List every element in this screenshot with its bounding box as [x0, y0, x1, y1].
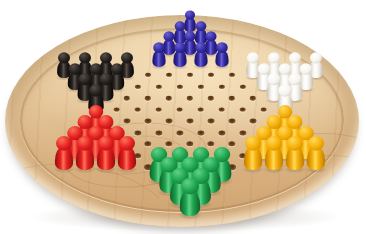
peg-head	[58, 52, 70, 63]
hole[interactable]	[239, 107, 246, 112]
peg-head	[181, 178, 199, 195]
hole[interactable]	[155, 107, 162, 112]
peg-head	[121, 52, 133, 63]
peg-red[interactable]	[55, 136, 73, 170]
hole[interactable]	[197, 107, 204, 112]
hole[interactable]	[176, 107, 183, 112]
hole[interactable]	[166, 119, 173, 124]
hole[interactable]	[187, 96, 193, 101]
peg-head	[56, 136, 72, 151]
peg-head	[184, 31, 195, 41]
hole[interactable]	[208, 119, 215, 124]
peg-head	[310, 52, 322, 63]
hole[interactable]	[145, 119, 152, 124]
hole[interactable]	[134, 107, 141, 112]
hole[interactable]	[113, 107, 120, 112]
hole[interactable]	[229, 96, 235, 101]
peg-head	[308, 136, 324, 151]
peg-head	[278, 84, 291, 96]
peg-head	[185, 10, 195, 19]
peg-head	[100, 52, 112, 63]
peg-head	[245, 136, 261, 151]
peg-blue[interactable]	[152, 42, 165, 67]
hole[interactable]	[187, 119, 194, 124]
peg-head	[119, 136, 135, 151]
peg-yellow[interactable]	[307, 136, 325, 170]
hole[interactable]	[145, 96, 151, 101]
peg-head	[98, 136, 114, 151]
peg-yellow[interactable]	[286, 136, 304, 170]
peg-head	[77, 136, 93, 151]
hole[interactable]	[208, 96, 214, 101]
peg-head	[216, 42, 228, 53]
peg-head	[163, 31, 174, 41]
chinese-checkers-photo	[0, 0, 366, 234]
peg-head	[174, 21, 185, 31]
peg-yellow[interactable]	[265, 136, 283, 170]
hole[interactable]	[229, 119, 236, 124]
peg-blue[interactable]	[194, 42, 207, 67]
hole[interactable]	[124, 119, 131, 124]
hole[interactable]	[250, 96, 256, 101]
peg-red[interactable]	[76, 136, 94, 170]
peg-head	[247, 52, 259, 63]
peg-head	[289, 52, 301, 63]
peg-blue[interactable]	[215, 42, 228, 67]
peg-head	[174, 42, 186, 53]
peg-head	[195, 21, 206, 31]
peg-head	[266, 136, 282, 151]
hole[interactable]	[260, 107, 267, 112]
peg-head	[268, 52, 280, 63]
peg-red[interactable]	[118, 136, 136, 170]
hole[interactable]	[166, 96, 172, 101]
hole[interactable]	[218, 107, 225, 112]
hole[interactable]	[124, 96, 130, 101]
peg-head	[205, 31, 216, 41]
hole[interactable]	[250, 119, 257, 124]
peg-yellow[interactable]	[244, 136, 262, 170]
peg-green[interactable]	[180, 178, 200, 216]
peg-head	[195, 42, 207, 53]
peg-head	[287, 136, 303, 151]
peg-head	[79, 52, 91, 63]
peg-red[interactable]	[97, 136, 115, 170]
peg-blue[interactable]	[173, 42, 186, 67]
peg-head	[89, 84, 102, 96]
peg-head	[153, 42, 165, 53]
